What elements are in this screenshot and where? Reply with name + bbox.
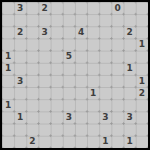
cell-r11c6[interactable] [75,136,87,148]
cell-r3c7[interactable] [87,39,99,51]
cell-r0c3[interactable]: 2 [39,2,51,14]
cell-r11c4[interactable] [51,136,63,148]
cell-r9c10[interactable]: 3 [124,112,136,124]
cell-r10c2[interactable] [26,124,38,136]
cell-r4c4[interactable] [51,51,63,63]
cell-r10c4[interactable] [51,124,63,136]
cell-r6c5[interactable] [63,75,75,87]
cell-r1c11[interactable] [136,14,148,26]
cell-r0c10[interactable] [124,2,136,14]
cell-r11c0[interactable] [2,136,14,148]
cell-r3c11[interactable]: 1 [136,39,148,51]
cell-r1c6[interactable] [75,14,87,26]
cell-r8c6[interactable] [75,99,87,111]
cell-r10c7[interactable] [87,124,99,136]
cell-r2c0[interactable] [2,26,14,38]
cell-r5c6[interactable] [75,63,87,75]
cell-r9c1[interactable]: 1 [14,112,26,124]
cell-r9c0[interactable] [2,112,14,124]
cell-r3c0[interactable] [2,39,14,51]
cell-r5c11[interactable] [136,63,148,75]
cell-r7c6[interactable] [75,87,87,99]
cell-r9c2[interactable] [26,112,38,124]
cell-r8c5[interactable] [63,99,75,111]
cell-r2c3[interactable]: 3 [39,26,51,38]
cell-r3c4[interactable] [51,39,63,51]
cell-r4c10[interactable] [124,51,136,63]
cell-r10c0[interactable] [2,124,14,136]
cell-r4c5[interactable]: 5 [63,51,75,63]
cell-r11c7[interactable] [87,136,99,148]
cell-r11c11[interactable] [136,136,148,148]
cell-r3c9[interactable] [112,39,124,51]
cell-r0c8[interactable] [99,2,111,14]
cell-r10c11[interactable] [136,124,148,136]
cell-r1c4[interactable] [51,14,63,26]
cell-r6c4[interactable] [51,75,63,87]
cell-r2c1[interactable]: 2 [14,26,26,38]
cell-r7c10[interactable] [124,87,136,99]
cell-r8c10[interactable] [124,99,136,111]
cell-r4c7[interactable] [87,51,99,63]
cell-r10c10[interactable] [124,124,136,136]
cell-r6c9[interactable] [112,75,124,87]
cell-r9c9[interactable] [112,112,124,124]
cell-r4c1[interactable] [14,51,26,63]
cell-r8c11[interactable] [136,99,148,111]
cell-r8c0[interactable]: 1 [2,99,14,111]
cell-r1c7[interactable] [87,14,99,26]
cell-r5c3[interactable] [39,63,51,75]
cell-r7c5[interactable] [63,87,75,99]
cell-r2c7[interactable] [87,26,99,38]
cell-r5c2[interactable] [26,63,38,75]
cell-r4c2[interactable] [26,51,38,63]
cell-r7c4[interactable] [51,87,63,99]
cell-r6c7[interactable] [87,75,99,87]
cell-r5c5[interactable] [63,63,75,75]
cell-r8c7[interactable] [87,99,99,111]
cell-r0c2[interactable] [26,2,38,14]
cell-r7c0[interactable] [2,87,14,99]
cell-r8c1[interactable] [14,99,26,111]
cell-r10c9[interactable] [112,124,124,136]
cell-r7c3[interactable] [39,87,51,99]
cell-r7c1[interactable] [14,87,26,99]
cell-r8c4[interactable] [51,99,63,111]
cell-r4c3[interactable] [39,51,51,63]
cell-r0c11[interactable] [136,2,148,14]
cell-r2c4[interactable] [51,26,63,38]
cell-r11c8[interactable]: 1 [99,136,111,148]
puzzle-board: 320234211511311211333211 [0,0,150,150]
cell-r7c9[interactable] [112,87,124,99]
cell-r3c10[interactable] [124,39,136,51]
cell-r2c9[interactable] [112,26,124,38]
cell-r3c8[interactable] [99,39,111,51]
cell-r11c9[interactable] [112,136,124,148]
cell-r0c5[interactable] [63,2,75,14]
cell-r5c4[interactable] [51,63,63,75]
cell-r9c8[interactable]: 3 [99,112,111,124]
cell-r4c0[interactable]: 1 [2,51,14,63]
cell-r5c0[interactable]: 1 [2,63,14,75]
cell-r0c4[interactable] [51,2,63,14]
cell-r2c5[interactable] [63,26,75,38]
cell-r2c8[interactable] [99,26,111,38]
cell-r8c8[interactable] [99,99,111,111]
cell-r11c1[interactable] [14,136,26,148]
cell-r4c8[interactable] [99,51,111,63]
cell-r8c9[interactable] [112,99,124,111]
cell-r0c0[interactable] [2,2,14,14]
cell-r8c2[interactable] [26,99,38,111]
cell-r6c10[interactable] [124,75,136,87]
cell-r4c11[interactable] [136,51,148,63]
cell-r6c11[interactable]: 1 [136,75,148,87]
cell-r1c3[interactable] [39,14,51,26]
cell-r6c8[interactable] [99,75,111,87]
cell-r0c6[interactable] [75,2,87,14]
cell-r6c1[interactable]: 3 [14,75,26,87]
cell-r2c11[interactable] [136,26,148,38]
cell-r3c5[interactable] [63,39,75,51]
cell-r7c7[interactable]: 1 [87,87,99,99]
cell-r7c11[interactable]: 2 [136,87,148,99]
cell-r11c2[interactable]: 2 [26,136,38,148]
cell-r10c3[interactable] [39,124,51,136]
cell-r1c9[interactable] [112,14,124,26]
cell-r11c5[interactable] [63,136,75,148]
cell-r5c7[interactable] [87,63,99,75]
cell-r8c3[interactable] [39,99,51,111]
cell-r1c2[interactable] [26,14,38,26]
cell-r1c1[interactable] [14,14,26,26]
cell-r6c6[interactable] [75,75,87,87]
cell-r5c1[interactable] [14,63,26,75]
cell-r7c2[interactable] [26,87,38,99]
cell-r5c9[interactable] [112,63,124,75]
cell-r10c6[interactable] [75,124,87,136]
cell-r5c10[interactable]: 1 [124,63,136,75]
cell-r1c8[interactable] [99,14,111,26]
cell-r3c3[interactable] [39,39,51,51]
cell-r4c6[interactable] [75,51,87,63]
cell-r1c0[interactable] [2,14,14,26]
cell-r1c10[interactable] [124,14,136,26]
cell-r9c4[interactable] [51,112,63,124]
cell-r0c1[interactable]: 3 [14,2,26,14]
cell-r9c11[interactable] [136,112,148,124]
cell-r10c8[interactable] [99,124,111,136]
cell-r9c5[interactable]: 3 [63,112,75,124]
cell-r11c3[interactable] [39,136,51,148]
cell-r7c8[interactable] [99,87,111,99]
cell-r5c8[interactable] [99,63,111,75]
cell-r6c3[interactable] [39,75,51,87]
cell-r4c9[interactable] [112,51,124,63]
cell-r10c5[interactable] [63,124,75,136]
cell-r9c7[interactable] [87,112,99,124]
cell-r9c3[interactable] [39,112,51,124]
cell-r1c5[interactable] [63,14,75,26]
cell-r11c10[interactable]: 1 [124,136,136,148]
cell-r9c6[interactable] [75,112,87,124]
puzzle-grid: 320234211511311211333211 [2,2,148,148]
cell-r0c7[interactable] [87,2,99,14]
cell-r0c9[interactable]: 0 [112,2,124,14]
cell-r3c1[interactable] [14,39,26,51]
cell-r2c2[interactable] [26,26,38,38]
cell-r2c10[interactable]: 2 [124,26,136,38]
cell-r2c6[interactable]: 4 [75,26,87,38]
cell-r6c2[interactable] [26,75,38,87]
cell-r10c1[interactable] [14,124,26,136]
cell-r3c2[interactable] [26,39,38,51]
cell-r3c6[interactable] [75,39,87,51]
cell-r6c0[interactable] [2,75,14,87]
